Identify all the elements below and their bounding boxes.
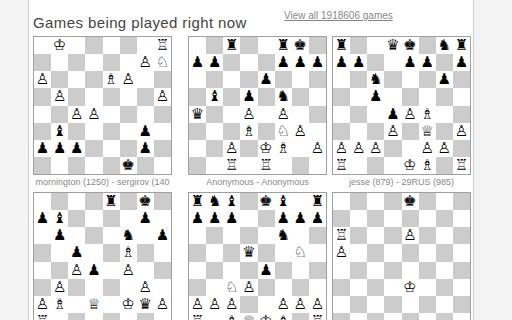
- square-g2: [436, 296, 453, 313]
- square-e7: ♟: [402, 54, 419, 71]
- square-g3: ♙: [292, 123, 309, 140]
- square-e4: [258, 106, 275, 123]
- square-c8: [68, 193, 85, 210]
- square-h5: [453, 88, 470, 105]
- white-pawn: ♙: [438, 140, 451, 157]
- square-f3: ♕: [419, 123, 436, 140]
- square-d4: ♟: [85, 262, 102, 279]
- chess-board-6[interactable]: ♚♖♙♙♔: [332, 192, 471, 320]
- square-a2: ♙: [34, 296, 51, 313]
- square-d2: [240, 140, 257, 157]
- black-knight: ♞: [208, 193, 221, 210]
- chess-board-5[interactable]: ♜♞♝♚♝♜♟♟♟♟♟♟♞♛♘♟♘♙♙♙♙♙♙♙♖♗♕♔♗♖: [188, 192, 327, 320]
- square-h3: ♙: [453, 123, 470, 140]
- chess-board-3[interactable]: ♜♛♚♞♜♟♟♟♟♟♞♟♟♟♙♗♙♕♙♙♙♙♙♙♖♔♗♖: [332, 36, 471, 175]
- square-e1: [402, 313, 419, 320]
- board-caption: Anonymous - Anonymous: [188, 177, 327, 189]
- black-pawn: ♟: [225, 210, 238, 227]
- black-knight: ♞: [438, 37, 451, 54]
- black-rook: ♜: [335, 37, 348, 54]
- square-e6: [103, 227, 120, 244]
- square-e7: [258, 54, 275, 71]
- white-pawn: ♙: [352, 140, 365, 157]
- square-b1: [350, 313, 367, 320]
- black-king: ♚: [139, 193, 152, 210]
- black-pawn: ♟: [352, 54, 365, 71]
- square-g1: [292, 157, 309, 174]
- white-knight: ♘: [156, 54, 169, 71]
- square-c1: [68, 157, 85, 174]
- square-c5: ♟: [367, 88, 384, 105]
- square-c2: ♙: [223, 140, 240, 157]
- square-e5: [258, 88, 275, 105]
- square-g3: [436, 279, 453, 296]
- square-f8: [120, 193, 137, 210]
- white-rook: ♖: [455, 157, 468, 174]
- view-all-games-link[interactable]: View all 1918606 games: [284, 10, 393, 21]
- square-b8: ♔: [51, 37, 68, 54]
- square-a6: [189, 71, 206, 88]
- square-h7: [154, 210, 171, 227]
- black-pawn: ♟: [276, 210, 289, 227]
- black-pawn: ♟: [208, 210, 221, 227]
- square-d1: [85, 157, 102, 174]
- square-d6: [240, 227, 257, 244]
- black-king: ♚: [403, 193, 416, 210]
- black-pawn: ♟: [191, 54, 204, 71]
- square-f3: [120, 279, 137, 296]
- square-f2: [419, 296, 436, 313]
- square-a5: [34, 244, 51, 261]
- square-f6: [419, 71, 436, 88]
- black-pawn: ♟: [208, 54, 221, 71]
- square-a1: [189, 157, 206, 174]
- black-rook: ♜: [455, 37, 468, 54]
- square-d2: [85, 140, 102, 157]
- white-knight: ♘: [225, 279, 238, 296]
- white-pawn: ♙: [369, 140, 382, 157]
- square-g6: [436, 227, 453, 244]
- square-d4: [240, 262, 257, 279]
- black-knight: ♞: [276, 227, 289, 244]
- square-f7: [120, 54, 137, 71]
- white-bishop: ♗: [53, 296, 66, 313]
- square-d7: [384, 210, 401, 227]
- black-rook: ♜: [276, 37, 289, 54]
- black-pawn: ♟: [36, 210, 49, 227]
- white-pawn: ♙: [191, 296, 204, 313]
- square-h3: [154, 279, 171, 296]
- square-h7: ♟: [309, 54, 326, 71]
- square-c3: [367, 123, 384, 140]
- square-f8: ♝: [275, 193, 292, 210]
- square-b3: [206, 123, 223, 140]
- square-a8: [34, 37, 51, 54]
- white-pawn: ♙: [53, 279, 66, 296]
- square-b2: ♟: [51, 140, 68, 157]
- square-d6: [384, 227, 401, 244]
- square-g3: [436, 123, 453, 140]
- square-c7: ♟: [223, 210, 240, 227]
- black-pawn: ♟: [311, 210, 324, 227]
- square-f3: [275, 279, 292, 296]
- square-h2: ♙: [154, 296, 171, 313]
- square-h5: [309, 88, 326, 105]
- white-queen: ♕: [87, 296, 100, 313]
- square-a7: ♟: [189, 54, 206, 71]
- square-e8: ♚: [402, 193, 419, 210]
- square-h8: [453, 193, 470, 210]
- white-bishop: ♗: [104, 71, 117, 88]
- square-e7: [103, 210, 120, 227]
- square-b5: [51, 244, 68, 261]
- page: { "game": "chess", "page": { "title": "G…: [0, 0, 512, 320]
- square-d7: [85, 210, 102, 227]
- square-g6: [137, 227, 154, 244]
- square-a5: ♙: [333, 244, 350, 261]
- white-knight: ♘: [276, 123, 289, 140]
- black-queen: ♛: [242, 244, 255, 261]
- square-c8: [367, 193, 384, 210]
- square-f7: ♟: [275, 210, 292, 227]
- square-g1: [436, 157, 453, 174]
- square-e1: [103, 313, 120, 320]
- black-pawn: ♟: [156, 227, 169, 244]
- white-rook: ♖: [225, 157, 238, 174]
- square-h5: ♙: [154, 88, 171, 105]
- white-pawn: ♙: [156, 296, 169, 313]
- square-d3: ♙: [240, 279, 257, 296]
- square-a2: [189, 140, 206, 157]
- square-c6: ♞: [367, 71, 384, 88]
- square-b4: [206, 106, 223, 123]
- white-pawn: ♙: [403, 227, 416, 244]
- black-bishop: ♝: [225, 193, 238, 210]
- square-g8: ♞: [436, 37, 453, 54]
- square-a1: ♖: [333, 157, 350, 174]
- white-pawn: ♙: [420, 140, 433, 157]
- square-c8: [68, 37, 85, 54]
- square-c2: ♟: [68, 140, 85, 157]
- square-b1: [51, 157, 68, 174]
- white-pawn: ♙: [36, 71, 49, 88]
- white-bishop: ♗: [420, 106, 433, 123]
- black-bishop: ♝: [53, 123, 66, 140]
- square-c5: [367, 244, 384, 261]
- square-g3: ♙: [137, 279, 154, 296]
- square-b5: [350, 244, 367, 261]
- square-f6: ♞: [275, 227, 292, 244]
- square-e4: [402, 262, 419, 279]
- square-a3: [333, 279, 350, 296]
- square-c3: [367, 279, 384, 296]
- black-pawn: ♟: [87, 262, 100, 279]
- white-king: ♔: [121, 296, 134, 313]
- black-pawn: ♟: [455, 54, 468, 71]
- square-g3: ♟: [137, 123, 154, 140]
- square-e6: [258, 227, 275, 244]
- square-d7: [85, 54, 102, 71]
- white-bishop: ♗: [242, 123, 255, 140]
- square-f2: ♙: [419, 140, 436, 157]
- chess-board-4[interactable]: ♜♚♟♝♟♟♞♟♟♗♙♟♙♙♙♙♗♕♔♛♙♖: [33, 192, 172, 320]
- white-pawn: ♙: [121, 262, 134, 279]
- white-pawn: ♙: [294, 123, 307, 140]
- square-g2: ♙: [292, 296, 309, 313]
- square-d7: [384, 54, 401, 71]
- square-e2: [103, 296, 120, 313]
- square-h5: [154, 244, 171, 261]
- square-e7: [258, 210, 275, 227]
- square-h4: [453, 106, 470, 123]
- square-c2: [68, 296, 85, 313]
- square-b7: ♝: [51, 210, 68, 227]
- black-bishop: ♝: [208, 88, 221, 105]
- square-h8: [154, 193, 171, 210]
- square-g5: [137, 244, 154, 261]
- white-rook: ♖: [311, 313, 324, 320]
- square-b7: [51, 54, 68, 71]
- square-f7: ♟: [419, 54, 436, 71]
- square-f4: [275, 262, 292, 279]
- square-g4: [292, 262, 309, 279]
- square-b4: [350, 262, 367, 279]
- square-g7: ♟: [292, 54, 309, 71]
- square-c6: [367, 227, 384, 244]
- white-king: ♔: [403, 157, 416, 174]
- square-c7: [367, 210, 384, 227]
- square-f5: [275, 244, 292, 261]
- square-f4: [120, 106, 137, 123]
- white-rook: ♖: [156, 37, 169, 54]
- square-b2: [350, 296, 367, 313]
- square-h3: [309, 123, 326, 140]
- square-h1: [154, 313, 171, 320]
- square-f1: [275, 157, 292, 174]
- square-d6: [384, 71, 401, 88]
- square-c3: [223, 123, 240, 140]
- square-h8: ♖: [154, 37, 171, 54]
- square-d5: [384, 88, 401, 105]
- square-h5: [309, 244, 326, 261]
- square-b6: [206, 71, 223, 88]
- square-e3: [258, 123, 275, 140]
- square-d5: [85, 244, 102, 261]
- square-h8: [309, 37, 326, 54]
- white-king: ♔: [259, 140, 272, 157]
- square-e3: ♔: [402, 279, 419, 296]
- square-a1: [34, 157, 51, 174]
- square-a3: [34, 123, 51, 140]
- square-a8: [34, 193, 51, 210]
- square-h4: [154, 262, 171, 279]
- square-a1: ♖: [34, 313, 51, 320]
- square-g5: [292, 88, 309, 105]
- square-e5: [402, 88, 419, 105]
- square-c6: [68, 71, 85, 88]
- square-c8: [367, 37, 384, 54]
- square-g3: [292, 279, 309, 296]
- square-c3: [68, 279, 85, 296]
- black-pawn: ♟: [294, 210, 307, 227]
- square-g5: [137, 88, 154, 105]
- square-a4: [189, 262, 206, 279]
- square-g4: [292, 106, 309, 123]
- square-a5: [189, 244, 206, 261]
- square-b1: [206, 313, 223, 320]
- square-h7: ♘: [154, 54, 171, 71]
- square-d6: [85, 71, 102, 88]
- square-a8: ♜: [333, 37, 350, 54]
- square-e3: [258, 279, 275, 296]
- square-a2: ♙: [189, 296, 206, 313]
- black-pawn: ♟: [139, 123, 152, 140]
- square-c7: [68, 54, 85, 71]
- white-pawn: ♙: [53, 88, 66, 105]
- square-h6: ♟: [154, 227, 171, 244]
- square-c1: ♖: [223, 157, 240, 174]
- square-h6: [309, 227, 326, 244]
- square-e6: ♗: [103, 71, 120, 88]
- square-d3: [85, 123, 102, 140]
- white-pawn: ♙: [294, 296, 307, 313]
- square-c7: [68, 210, 85, 227]
- square-f4: ♗: [419, 106, 436, 123]
- square-f8: [419, 37, 436, 54]
- white-pawn: ♙: [139, 54, 152, 71]
- square-d2: [240, 296, 257, 313]
- square-g1: [292, 313, 309, 320]
- square-f4: [419, 262, 436, 279]
- square-h2: [453, 296, 470, 313]
- square-d6: [240, 71, 257, 88]
- white-pawn: ♙: [208, 296, 221, 313]
- square-e2: [402, 140, 419, 157]
- black-rook: ♜: [225, 37, 238, 54]
- square-e5: [402, 244, 419, 261]
- black-pawn: ♟: [276, 54, 289, 71]
- white-rook: ♖: [259, 157, 272, 174]
- square-d8: [85, 193, 102, 210]
- square-g6: [137, 71, 154, 88]
- white-rook: ♖: [36, 313, 49, 320]
- black-pawn: ♟: [53, 227, 66, 244]
- square-c7: [223, 54, 240, 71]
- black-pawn: ♟: [294, 54, 307, 71]
- square-d1: ♕: [240, 313, 257, 320]
- square-h6: [309, 71, 326, 88]
- square-h6: [154, 71, 171, 88]
- square-b4: [206, 262, 223, 279]
- white-pawn: ♙: [70, 262, 83, 279]
- square-g4: [137, 262, 154, 279]
- square-g1: [137, 313, 154, 320]
- white-pawn: ♙: [139, 279, 152, 296]
- square-c1: [367, 157, 384, 174]
- square-b6: ♟: [51, 227, 68, 244]
- square-c2: ♙: [223, 296, 240, 313]
- square-h7: ♟: [453, 54, 470, 71]
- white-pawn: ♙: [335, 140, 348, 157]
- square-e2: [103, 140, 120, 157]
- white-king: ♔: [259, 313, 272, 320]
- black-queen: ♛: [191, 106, 204, 123]
- white-pawn: ♙: [121, 71, 134, 88]
- square-f1: [419, 313, 436, 320]
- black-rook: ♜: [191, 193, 204, 210]
- square-h5: [453, 244, 470, 261]
- square-b1: [206, 157, 223, 174]
- square-a5: [34, 88, 51, 105]
- black-rook: ♜: [104, 193, 117, 210]
- square-g2: ♙: [436, 140, 453, 157]
- square-a1: [333, 313, 350, 320]
- square-f5: [419, 88, 436, 105]
- square-e1: ♖: [258, 157, 275, 174]
- square-c5: [68, 88, 85, 105]
- square-a8: [189, 37, 206, 54]
- square-d3: [384, 279, 401, 296]
- square-h8: ♜: [309, 193, 326, 210]
- square-g1: [137, 157, 154, 174]
- white-pawn: ♙: [242, 106, 255, 123]
- chess-board-1[interactable]: ♔♖♙♘♙♗♙♙♙♙♙♝♟♟♟♟♟♚: [33, 36, 172, 175]
- square-a3: [189, 123, 206, 140]
- square-b2: ♙: [350, 140, 367, 157]
- square-h8: ♜: [453, 37, 470, 54]
- square-e2: [402, 296, 419, 313]
- square-b8: ♞: [206, 193, 223, 210]
- square-g8: [137, 37, 154, 54]
- white-pawn: ♙: [311, 140, 324, 157]
- square-h4: [309, 262, 326, 279]
- square-a7: [34, 54, 51, 71]
- white-pawn: ♙: [311, 296, 324, 313]
- square-d8: [85, 37, 102, 54]
- black-pawn: ♟: [70, 140, 83, 157]
- square-e8: ♚: [258, 193, 275, 210]
- black-pawn: ♟: [242, 88, 255, 105]
- square-g7: ♙: [137, 54, 154, 71]
- square-b7: ♟: [206, 210, 223, 227]
- white-pawn: ♙: [225, 296, 238, 313]
- square-g7: ♟: [292, 210, 309, 227]
- white-rook: ♖: [335, 157, 348, 174]
- black-king: ♚: [403, 37, 416, 54]
- square-d6: [85, 227, 102, 244]
- square-b3: ♝: [51, 123, 68, 140]
- black-pawn: ♟: [259, 71, 272, 88]
- square-f8: ♜: [275, 37, 292, 54]
- white-pawn: ♙: [225, 140, 238, 157]
- square-f6: ♞: [120, 227, 137, 244]
- square-g7: [436, 210, 453, 227]
- square-b8: [206, 37, 223, 54]
- square-f5: ♞: [275, 88, 292, 105]
- square-g1: [436, 313, 453, 320]
- square-g5: ♘: [292, 244, 309, 261]
- square-d1: [85, 313, 102, 320]
- chess-board-2[interactable]: ♜♜♚♟♟♟♟♟♟♝♟♞♛♙♙♗♘♙♙♔♗♙♖♖: [188, 36, 327, 175]
- square-b5: ♙: [51, 88, 68, 105]
- square-b5: [350, 88, 367, 105]
- white-pawn: ♙: [156, 88, 169, 105]
- black-rook: ♜: [311, 193, 324, 210]
- square-h3: [453, 279, 470, 296]
- square-e5: [103, 88, 120, 105]
- square-h3: [309, 279, 326, 296]
- square-b2: ♗: [51, 296, 68, 313]
